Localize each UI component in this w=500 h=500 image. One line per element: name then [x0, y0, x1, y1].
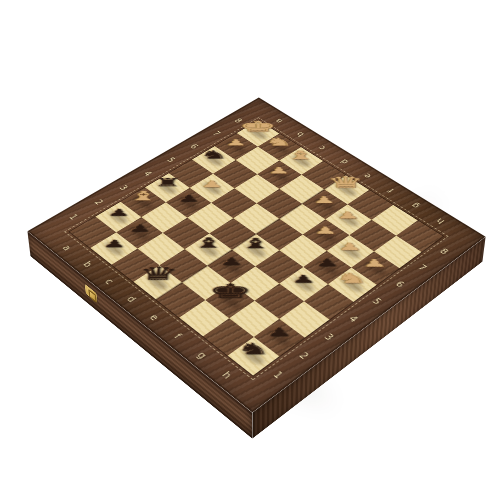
white-bishop-c8: ♝ — [273, 149, 329, 161]
white-pawn-g6: ♟ — [319, 241, 381, 251]
square-h7 — [374, 236, 421, 268]
piece-shadow — [219, 258, 243, 275]
white-knight-b8: ♞ — [252, 136, 307, 147]
black-king-f2: ♚ — [198, 280, 261, 300]
black-bishop-e4: ♝ — [225, 236, 286, 250]
black-pawn-b1: ♟ — [84, 238, 146, 248]
square-g3 — [255, 284, 304, 319]
piece-shadow — [291, 275, 316, 293]
piece-shadow — [315, 259, 340, 276]
square-f4 — [255, 250, 303, 283]
chess-board: abcdefgh abcdefgh 87654321 87654321 ♚♞♝♛… — [27, 98, 485, 413]
piece-shadow — [340, 276, 366, 294]
square-e2 — [182, 266, 231, 300]
black-pawn-g4: ♟ — [272, 273, 335, 284]
white-pawn-h6: ♟ — [344, 257, 407, 268]
white-pawn-e7: ♟ — [295, 195, 354, 204]
black-knight-h1: ♞ — [220, 340, 286, 356]
square-f3 — [231, 266, 280, 300]
square-e3 — [207, 250, 255, 283]
black-pawn-a2: ♟ — [89, 207, 149, 217]
black-knight-a6: ♞ — [186, 148, 242, 159]
square-d2 — [159, 249, 207, 282]
white-pawn-f6: ♟ — [296, 225, 356, 235]
black-pawn-b2: ♟ — [110, 223, 171, 233]
piece-shadow — [338, 243, 363, 260]
square-e1 — [156, 282, 205, 317]
file-labels-near: abcdefgh — [49, 235, 248, 391]
square-f5 — [279, 235, 326, 267]
white-pawn-b5: ♟ — [183, 179, 241, 188]
square-c1 — [112, 249, 160, 282]
square-f2 — [205, 283, 254, 318]
piece-shadow — [146, 273, 170, 291]
black-queen-d1: ♛ — [127, 264, 190, 282]
white-pawn-c7: ♟ — [251, 165, 308, 174]
piece-shadow — [363, 259, 388, 276]
white-king-a8: ♚ — [231, 118, 286, 133]
square-h1 — [228, 337, 280, 376]
piece-shadow — [217, 291, 242, 309]
black-pawn-b4: ♟ — [159, 193, 218, 202]
white-queen-e8: ♛ — [317, 174, 376, 190]
board-frame: abcdefgh abcdefgh 87654321 87654321 ♚♞♝♛… — [27, 98, 485, 413]
chess-set-photo: abcdefgh abcdefgh 87654321 87654321 ♚♞♝♛… — [0, 0, 500, 500]
square-h5 — [328, 268, 377, 302]
black-pawn-e3: ♟ — [201, 256, 263, 267]
black-pawn-g5: ♟ — [296, 257, 358, 268]
square-h6 — [351, 251, 399, 284]
square-d1 — [133, 265, 182, 299]
rank-labels-right: 87654321 — [257, 239, 463, 391]
square-g5 — [303, 251, 351, 284]
white-knight-h5: ♞ — [320, 270, 383, 284]
piece-shadow — [266, 328, 292, 347]
square-g2 — [229, 301, 279, 337]
white-pawn-f7: ♟ — [318, 210, 378, 220]
square-h2 — [254, 319, 305, 356]
piece-shadow — [240, 346, 266, 366]
square-g1 — [203, 318, 254, 355]
pieces-layer: ♚♞♝♛♟♟♟♟♞♟♟♟♟♟♞♜♟♝♟♝♝♟♟♟♚♟♟♛♞ — [70, 120, 443, 375]
square-h4 — [304, 284, 353, 319]
square-f1 — [179, 300, 229, 336]
square-h3 — [279, 301, 329, 337]
black-pawn-h2: ♟ — [247, 325, 312, 337]
square-g4 — [279, 267, 328, 301]
